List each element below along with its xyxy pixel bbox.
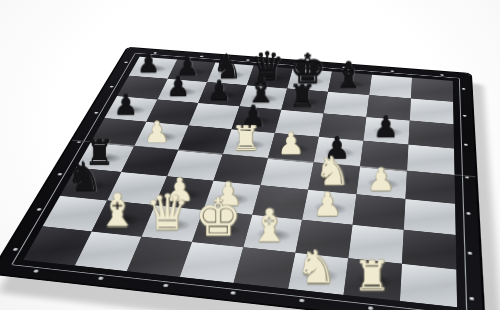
piece-white-knight-f1: ♞ — [288, 253, 348, 295]
rim-screw-dot — [12, 248, 18, 251]
square-h7 — [410, 98, 454, 124]
rim-screw-dot — [368, 306, 373, 310]
square-g3 — [353, 194, 406, 230]
black-pawn-glyph: ♟ — [104, 91, 147, 119]
white-pawn-glyph: ♟ — [268, 129, 314, 159]
white-bishop-glyph: ♝ — [91, 188, 142, 233]
square-h3 — [404, 199, 456, 235]
rim-screw-dot — [440, 74, 444, 76]
rim-screw-dot — [391, 70, 395, 72]
piece-black-rook-e7: ♜ — [281, 88, 328, 113]
black-pawn-glyph: ♟ — [157, 73, 199, 100]
white-pawn-glyph: ♟ — [134, 117, 179, 146]
square-h6 — [408, 121, 454, 149]
rim-screw-dot — [463, 114, 467, 116]
rim-screw-dot — [36, 208, 42, 211]
product-photo-scene: ♟♟♞♛♚♝♟♟♝♜♟♟♟♟♜♟♟♜♞♟♞♟♟♟♝♛♚♝♞♜ — [0, 0, 500, 310]
square-h1 — [400, 264, 457, 308]
rim-screw-dot — [97, 276, 103, 280]
square-e4 — [260, 158, 313, 190]
white-king-glyph: ♚ — [192, 191, 244, 243]
piece-white-pawn-g4: ♟ — [356, 166, 407, 199]
white-knight-glyph: ♞ — [288, 244, 344, 290]
rim-screw-dot — [462, 88, 466, 90]
rim-screw-dot — [33, 269, 39, 273]
rim-screw-dot — [163, 284, 169, 288]
rim-screw-dot — [199, 56, 203, 58]
white-bishop-glyph: ♝ — [243, 203, 296, 249]
black-bishop-glyph: ♝ — [328, 57, 369, 93]
square-h8 — [411, 78, 453, 102]
white-pawn-glyph: ♟ — [357, 164, 406, 196]
rim-screw-dot — [464, 144, 468, 147]
rim-screw-dot — [94, 112, 99, 114]
black-pawn-glyph: ♟ — [364, 112, 409, 141]
rim-screw-dot — [468, 252, 473, 255]
piece-black-pawn-g6: ♟ — [363, 117, 409, 145]
rim-screw-dot — [124, 61, 128, 63]
rim-screw-dot — [230, 291, 236, 295]
piece-white-rook-g1: ♜ — [344, 258, 402, 301]
square-g8 — [369, 75, 412, 99]
board-rim: ♟♟♞♛♚♝♟♟♝♜♟♟♟♟♜♟♟♜♞♟♞♟♟♟♝♛♚♝♞♜ — [0, 48, 483, 310]
rim-screw-dot — [299, 299, 304, 303]
rim-screw-dot — [466, 212, 471, 215]
square-h5 — [407, 145, 455, 175]
black-rook-glyph: ♜ — [281, 79, 324, 110]
board-grid: ♟♟♞♛♚♝♟♟♝♜♟♟♟♟♜♟♟♜♞♟♞♟♟♟♝♛♚♝♞♜ — [23, 57, 457, 308]
white-pawn-glyph: ♟ — [302, 188, 353, 221]
white-rook-glyph: ♜ — [223, 121, 269, 155]
chess-board: ♟♟♞♛♚♝♟♟♝♜♟♟♟♟♜♟♟♜♞♟♞♟♟♟♝♛♚♝♞♜ — [0, 48, 483, 310]
rim-screw-dot — [469, 297, 474, 301]
piece-white-pawn-f3: ♟ — [302, 190, 356, 225]
white-rook-glyph: ♜ — [344, 255, 400, 296]
square-f7 — [324, 92, 370, 117]
piece-black-bishop-f8: ♝ — [328, 72, 372, 95]
square-e1 — [234, 247, 296, 289]
square-b1 — [75, 231, 142, 271]
rim-screw-dot — [342, 66, 346, 68]
black-pawn-glyph: ♟ — [198, 76, 240, 103]
square-h2 — [402, 230, 456, 270]
white-queen-glyph: ♛ — [141, 188, 193, 238]
